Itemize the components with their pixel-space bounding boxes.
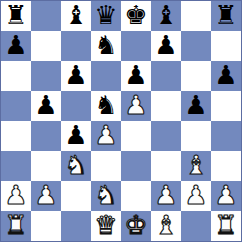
piece-black-rook[interactable]: ♜ <box>214 1 237 30</box>
square-d2[interactable]: ♞ <box>91 181 121 211</box>
square-e8[interactable]: ♚ <box>121 1 151 31</box>
square-h8[interactable]: ♜ <box>211 1 241 31</box>
square-g6[interactable] <box>181 61 211 91</box>
piece-black-pawn[interactable]: ♟ <box>214 61 237 90</box>
square-f6[interactable] <box>151 61 181 91</box>
square-d7[interactable]: ♞ <box>91 31 121 61</box>
piece-black-pawn[interactable]: ♟ <box>64 121 87 150</box>
square-c3[interactable]: ♞ <box>61 151 91 181</box>
square-c4[interactable]: ♟ <box>61 121 91 151</box>
square-h7[interactable] <box>211 31 241 61</box>
piece-black-pawn[interactable]: ♟ <box>64 61 87 90</box>
square-b1[interactable] <box>31 211 61 241</box>
square-f1[interactable]: ♝ <box>151 211 181 241</box>
piece-white-bishop[interactable]: ♝ <box>184 151 207 180</box>
piece-white-bishop[interactable]: ♝ <box>154 211 177 240</box>
square-c1[interactable] <box>61 211 91 241</box>
square-c7[interactable] <box>61 31 91 61</box>
square-b6[interactable] <box>31 61 61 91</box>
square-c6[interactable]: ♟ <box>61 61 91 91</box>
square-c5[interactable] <box>61 91 91 121</box>
square-g2[interactable]: ♟ <box>181 181 211 211</box>
piece-white-king[interactable]: ♚ <box>124 211 147 240</box>
square-a8[interactable]: ♜ <box>1 1 31 31</box>
square-d8[interactable]: ♛ <box>91 1 121 31</box>
piece-black-pawn[interactable]: ♟ <box>4 31 27 60</box>
square-e6[interactable]: ♟ <box>121 61 151 91</box>
square-f7[interactable]: ♟ <box>151 31 181 61</box>
square-e2[interactable] <box>121 181 151 211</box>
square-g1[interactable] <box>181 211 211 241</box>
square-a6[interactable] <box>1 61 31 91</box>
piece-white-pawn[interactable]: ♟ <box>124 91 147 120</box>
square-h4[interactable] <box>211 121 241 151</box>
square-d5[interactable]: ♞ <box>91 91 121 121</box>
piece-black-knight[interactable]: ♞ <box>94 91 117 120</box>
square-d6[interactable] <box>91 61 121 91</box>
square-b4[interactable] <box>31 121 61 151</box>
square-b7[interactable] <box>31 31 61 61</box>
piece-black-king[interactable]: ♚ <box>124 1 147 30</box>
square-g8[interactable] <box>181 1 211 31</box>
piece-black-pawn[interactable]: ♟ <box>184 91 207 120</box>
square-d1[interactable]: ♛ <box>91 211 121 241</box>
square-g4[interactable] <box>181 121 211 151</box>
piece-black-pawn[interactable]: ♟ <box>154 31 177 60</box>
chess-board: ♜♝♛♚♝♜♟♞♟♟♟♟♟♞♟♟♟♟♞♝♟♟♞♟♟♟♜♛♚♝♜ <box>0 0 242 242</box>
square-f4[interactable] <box>151 121 181 151</box>
piece-white-pawn[interactable]: ♟ <box>4 181 27 210</box>
piece-black-knight[interactable]: ♞ <box>94 31 117 60</box>
square-c8[interactable]: ♝ <box>61 1 91 31</box>
square-g7[interactable] <box>181 31 211 61</box>
piece-black-bishop[interactable]: ♝ <box>64 1 87 30</box>
square-f8[interactable]: ♝ <box>151 1 181 31</box>
square-f3[interactable] <box>151 151 181 181</box>
square-b5[interactable]: ♟ <box>31 91 61 121</box>
square-g3[interactable]: ♝ <box>181 151 211 181</box>
square-g5[interactable]: ♟ <box>181 91 211 121</box>
square-a5[interactable] <box>1 91 31 121</box>
piece-white-rook[interactable]: ♜ <box>4 211 27 240</box>
square-b2[interactable]: ♟ <box>31 181 61 211</box>
square-f5[interactable] <box>151 91 181 121</box>
piece-black-queen[interactable]: ♛ <box>94 1 117 30</box>
square-e7[interactable] <box>121 31 151 61</box>
square-f2[interactable]: ♟ <box>151 181 181 211</box>
piece-white-queen[interactable]: ♛ <box>94 211 117 240</box>
square-h2[interactable]: ♟ <box>211 181 241 211</box>
square-e3[interactable] <box>121 151 151 181</box>
piece-white-pawn[interactable]: ♟ <box>34 181 57 210</box>
piece-black-pawn[interactable]: ♟ <box>124 61 147 90</box>
square-b3[interactable] <box>31 151 61 181</box>
square-b8[interactable] <box>31 1 61 31</box>
square-h1[interactable]: ♜ <box>211 211 241 241</box>
square-a2[interactable]: ♟ <box>1 181 31 211</box>
piece-white-pawn[interactable]: ♟ <box>154 181 177 210</box>
square-a1[interactable]: ♜ <box>1 211 31 241</box>
piece-white-knight[interactable]: ♞ <box>94 181 117 210</box>
piece-white-pawn[interactable]: ♟ <box>184 181 207 210</box>
piece-black-rook[interactable]: ♜ <box>4 1 27 30</box>
piece-black-pawn[interactable]: ♟ <box>34 91 57 120</box>
square-d4[interactable]: ♟ <box>91 121 121 151</box>
square-c2[interactable] <box>61 181 91 211</box>
square-h5[interactable] <box>211 91 241 121</box>
square-h3[interactable] <box>211 151 241 181</box>
piece-white-knight[interactable]: ♞ <box>64 151 87 180</box>
square-a3[interactable] <box>1 151 31 181</box>
square-e1[interactable]: ♚ <box>121 211 151 241</box>
piece-white-pawn[interactable]: ♟ <box>214 181 237 210</box>
piece-black-bishop[interactable]: ♝ <box>154 1 177 30</box>
square-e5[interactable]: ♟ <box>121 91 151 121</box>
square-a7[interactable]: ♟ <box>1 31 31 61</box>
square-d3[interactable] <box>91 151 121 181</box>
square-a4[interactable] <box>1 121 31 151</box>
piece-white-pawn[interactable]: ♟ <box>94 121 117 150</box>
square-e4[interactable] <box>121 121 151 151</box>
piece-white-rook[interactable]: ♜ <box>214 211 237 240</box>
square-h6[interactable]: ♟ <box>211 61 241 91</box>
